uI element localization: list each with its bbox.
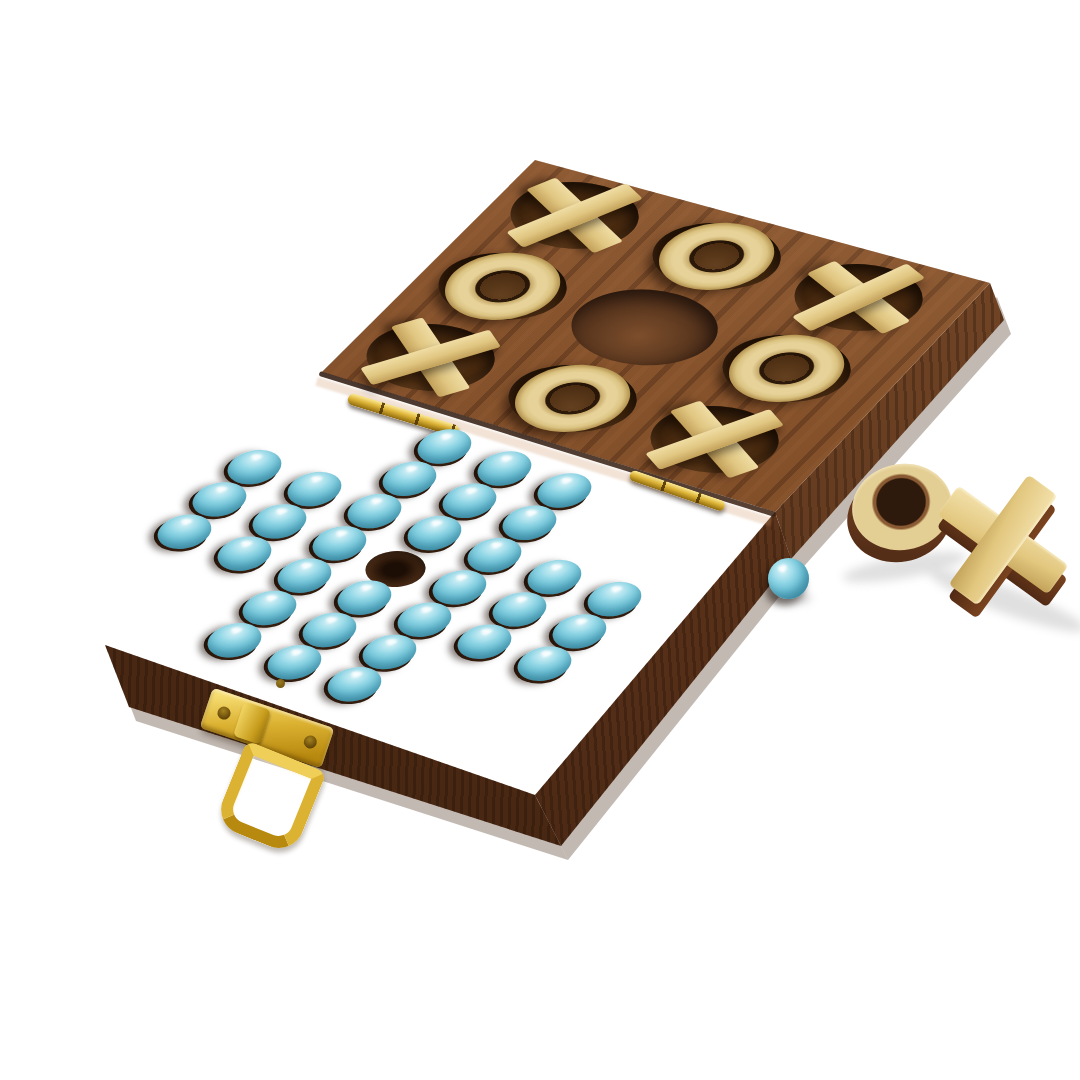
x-piece[interactable] [632, 394, 797, 483]
latch-screw [216, 705, 232, 721]
loose-marble[interactable] [768, 558, 809, 599]
product-photo-stage [0, 0, 1080, 1080]
wood-screw [276, 679, 285, 688]
x-piece[interactable] [783, 257, 936, 337]
latch-screw [302, 734, 318, 750]
